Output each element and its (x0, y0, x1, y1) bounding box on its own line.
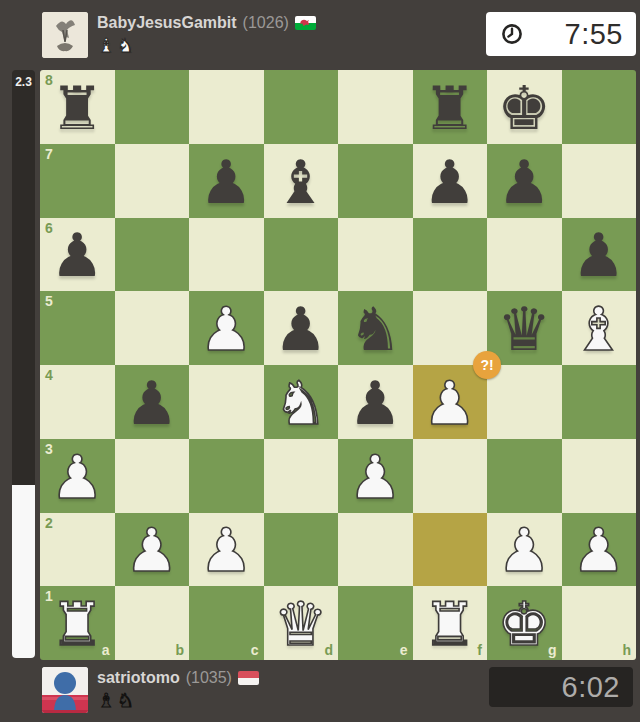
black-queen[interactable]: ♛ (487, 292, 562, 366)
white-knight[interactable]: ♞ (264, 366, 339, 440)
white-bishop[interactable]: ♝ (562, 292, 637, 366)
square-f8[interactable]: ♜ (413, 70, 488, 144)
black-knight[interactable]: ♞ (338, 292, 413, 366)
square-b5[interactable] (115, 291, 190, 365)
black-rook[interactable]: ♜ (40, 71, 115, 145)
square-a4[interactable]: 4 (40, 365, 115, 439)
black-pawn[interactable]: ♟ (562, 219, 637, 293)
white-pawn[interactable]: ♟ (413, 366, 488, 440)
inaccuracy-badge-label: ?! (480, 357, 493, 373)
inaccuracy-badge: ?! (473, 351, 501, 379)
square-c1[interactable]: c (189, 586, 264, 660)
square-e2[interactable] (338, 513, 413, 587)
square-b8[interactable] (115, 70, 190, 144)
bottom-clock-time: 6:02 (562, 671, 633, 704)
square-b7[interactable] (115, 144, 190, 218)
square-h5[interactable]: ♝ (562, 291, 637, 365)
white-pawn[interactable]: ♟ (115, 514, 190, 588)
square-c6[interactable] (189, 218, 264, 292)
bottom-player-avatar[interactable] (42, 667, 88, 713)
white-pawn[interactable]: ♟ (338, 440, 413, 514)
square-d6[interactable] (264, 218, 339, 292)
chess-board[interactable]: ?! 8♜♜♚7♟♝♟♟6♟♟5♟♟♞♛♝4♟♞♟♟3♟♟2♟♟♟♟1a♜bcd… (40, 70, 636, 660)
square-g2[interactable]: ♟ (487, 513, 562, 587)
square-b4[interactable]: ♟ (115, 365, 190, 439)
file-label-e: e (400, 643, 408, 657)
square-e5[interactable]: ♞ (338, 291, 413, 365)
square-d3[interactable] (264, 439, 339, 513)
white-pawn[interactable]: ♟ (487, 514, 562, 588)
square-a7[interactable]: 7 (40, 144, 115, 218)
evaluation-bar: 2.3 (12, 70, 35, 658)
bottom-player-bar: satriotomo (1035) ♝♞ 6:02 (0, 660, 640, 722)
white-pawn[interactable]: ♟ (40, 440, 115, 514)
square-a2[interactable]: 2 (40, 513, 115, 587)
square-f2[interactable] (413, 513, 488, 587)
top-player-name[interactable]: BabyJesusGambit (97, 14, 237, 32)
square-h8[interactable] (562, 70, 637, 144)
black-rook[interactable]: ♜ (413, 71, 488, 145)
person-avatar-image (42, 667, 88, 713)
square-e1[interactable]: e (338, 586, 413, 660)
square-h4[interactable] (562, 365, 637, 439)
black-bishop[interactable]: ♝ (264, 145, 339, 219)
square-e7[interactable] (338, 144, 413, 218)
square-c3[interactable] (189, 439, 264, 513)
square-h2[interactable]: ♟ (562, 513, 637, 587)
square-d2[interactable] (264, 513, 339, 587)
clock-icon (500, 22, 524, 46)
square-b2[interactable]: ♟ (115, 513, 190, 587)
black-pawn[interactable]: ♟ (264, 292, 339, 366)
square-g4[interactable] (487, 365, 562, 439)
square-f4[interactable]: ♟ (413, 365, 488, 439)
file-label-h: h (622, 643, 631, 657)
wales-flag-icon (295, 16, 316, 30)
bottom-captured-pieces: ♝♞ (98, 688, 134, 712)
square-f5[interactable] (413, 291, 488, 365)
black-king[interactable]: ♚ (487, 71, 562, 145)
top-clock-time: 7:55 (565, 18, 636, 51)
white-rook[interactable]: ♜ (413, 587, 488, 660)
square-g3[interactable] (487, 439, 562, 513)
captured-black-knight-icon: ♞ (117, 688, 134, 712)
captured-white-knight-icon: ♞ (117, 33, 134, 57)
square-a3[interactable]: 3♟ (40, 439, 115, 513)
black-pawn[interactable]: ♟ (189, 145, 264, 219)
square-a1[interactable]: 1a♜ (40, 586, 115, 660)
file-label-c: c (251, 643, 259, 657)
square-g1[interactable]: g♚ (487, 586, 562, 660)
square-h1[interactable]: h (562, 586, 637, 660)
square-f1[interactable]: f♜ (413, 586, 488, 660)
black-pawn[interactable]: ♟ (115, 366, 190, 440)
black-pawn[interactable]: ♟ (338, 366, 413, 440)
square-f6[interactable] (413, 218, 488, 292)
captured-white-bishop-icon: ♝ (98, 33, 115, 57)
white-pawn[interactable]: ♟ (189, 514, 264, 588)
fairy-etching-image (42, 12, 88, 58)
square-f7[interactable]: ♟ (413, 144, 488, 218)
white-pawn[interactable]: ♟ (189, 292, 264, 366)
square-a5[interactable]: 5 (40, 291, 115, 365)
white-queen[interactable]: ♛ (264, 587, 339, 660)
file-label-b: b (175, 643, 184, 657)
square-h3[interactable] (562, 439, 637, 513)
rank-label-4: 4 (45, 368, 53, 382)
square-d1[interactable]: d♛ (264, 586, 339, 660)
white-rook[interactable]: ♜ (40, 587, 115, 660)
captured-black-bishop-icon: ♝ (98, 688, 115, 712)
square-c5[interactable]: ♟ (189, 291, 264, 365)
square-d7[interactable]: ♝ (264, 144, 339, 218)
square-c4[interactable] (189, 365, 264, 439)
square-a6[interactable]: 6♟ (40, 218, 115, 292)
square-h7[interactable] (562, 144, 637, 218)
top-captured-pieces: ♝♞ (98, 33, 134, 57)
top-player-avatar[interactable] (42, 12, 88, 58)
square-g8[interactable]: ♚ (487, 70, 562, 144)
black-pawn[interactable]: ♟ (487, 145, 562, 219)
square-d4[interactable]: ♞ (264, 365, 339, 439)
square-c8[interactable] (189, 70, 264, 144)
square-c7[interactable]: ♟ (189, 144, 264, 218)
rank-label-5: 5 (45, 294, 53, 308)
square-f3[interactable] (413, 439, 488, 513)
square-b3[interactable] (115, 439, 190, 513)
indonesia-flag-icon (238, 671, 259, 685)
top-player-bar: BabyJesusGambit (1026) ♝♞ 7:55 (0, 0, 640, 70)
square-g5[interactable]: ♛ (487, 291, 562, 365)
top-clock: 7:55 (486, 12, 636, 56)
white-pawn[interactable]: ♟ (562, 514, 637, 588)
square-e3[interactable]: ♟ (338, 439, 413, 513)
square-g6[interactable] (487, 218, 562, 292)
square-b1[interactable]: b (115, 586, 190, 660)
evaluation-bar-white-portion (12, 485, 35, 658)
bottom-clock: 6:02 (489, 667, 633, 707)
square-b6[interactable] (115, 218, 190, 292)
square-d5[interactable]: ♟ (264, 291, 339, 365)
square-a8[interactable]: 8♜ (40, 70, 115, 144)
top-player-rating: (1026) (243, 14, 289, 32)
square-e6[interactable] (338, 218, 413, 292)
evaluation-score: 2.3 (12, 75, 35, 89)
square-d8[interactable] (264, 70, 339, 144)
square-e8[interactable] (338, 70, 413, 144)
square-g7[interactable]: ♟ (487, 144, 562, 218)
rank-label-2: 2 (45, 516, 53, 530)
black-pawn[interactable]: ♟ (413, 145, 488, 219)
bottom-player-name[interactable]: satriotomo (97, 669, 180, 687)
square-c2[interactable]: ♟ (189, 513, 264, 587)
white-king[interactable]: ♚ (487, 587, 562, 660)
rank-label-7: 7 (45, 147, 53, 161)
square-h6[interactable]: ♟ (562, 218, 637, 292)
bottom-player-rating: (1035) (186, 669, 232, 687)
black-pawn[interactable]: ♟ (40, 219, 115, 293)
square-e4[interactable]: ♟ (338, 365, 413, 439)
